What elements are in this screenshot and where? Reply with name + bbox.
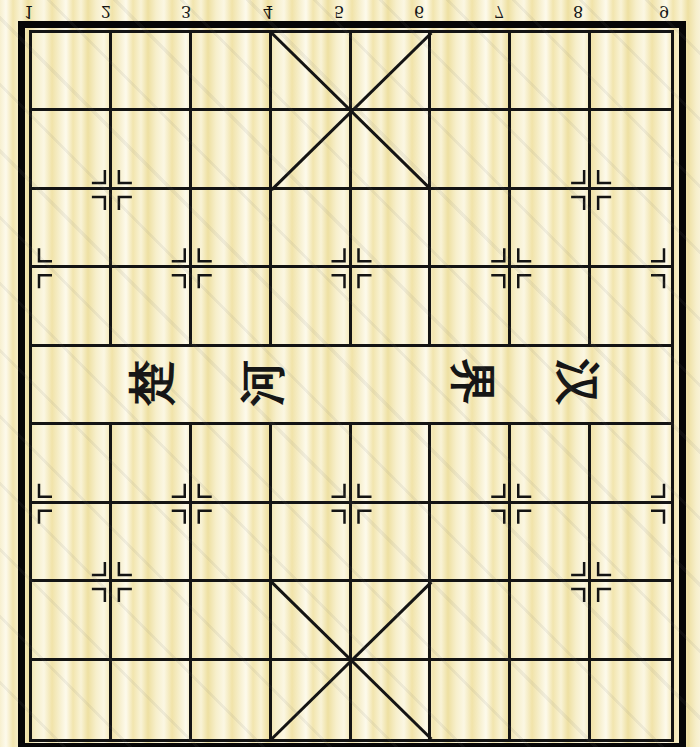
board-cell-r8-c0 (32, 661, 112, 739)
board-cell-r0-c6 (511, 33, 591, 111)
board-cell-r3-c3 (272, 268, 352, 346)
board-cell-r1-c7 (591, 111, 671, 189)
board-cell-r5-c7 (591, 425, 671, 503)
board-cell-r3-c6 (511, 268, 591, 346)
column-number-2: 2 (95, 1, 117, 21)
board-cell-r5-c4 (352, 425, 432, 503)
river-label-chu: 楚 (122, 353, 182, 413)
board-cell-r0-c3 (272, 33, 352, 111)
board-cell-r5-c0 (32, 425, 112, 503)
board-cell-r7-c2 (192, 582, 272, 660)
board-cell-r3-c7 (591, 268, 671, 346)
column-number-6: 6 (408, 1, 430, 21)
board-cell-r3-c4 (352, 268, 432, 346)
board-cell-r3-c1 (112, 268, 192, 346)
board-cell-r0-c4 (352, 33, 432, 111)
board-cell-r1-c3 (272, 111, 352, 189)
board-cell-r7-c0 (32, 582, 112, 660)
column-number-8: 8 (567, 1, 589, 21)
column-number-7: 7 (488, 1, 510, 21)
board-cell-r2-c6 (511, 190, 591, 268)
board-cell-r6-c3 (272, 504, 352, 582)
column-number-5: 5 (328, 1, 350, 21)
board-cell-r5-c6 (511, 425, 591, 503)
board-cell-r6-c7 (591, 504, 671, 582)
board-cell-r2-c2 (192, 190, 272, 268)
board-cell-r8-c3 (272, 661, 352, 739)
board-cell-r0-c0 (32, 33, 112, 111)
page-background: 123456789 楚 河 界 汉 (0, 0, 700, 747)
board-cell-r6-c5 (431, 504, 511, 582)
board-cell-r5-c5 (431, 425, 511, 503)
board-cell-r7-c1 (112, 582, 192, 660)
board-cell-r8-c2 (192, 661, 272, 739)
river-label-han: 汉 (547, 352, 607, 412)
board-cell-r8-c4 (352, 661, 432, 739)
column-number-4: 4 (257, 1, 279, 21)
river-label-jie: 界 (442, 352, 502, 412)
board-cell-r7-c7 (591, 582, 671, 660)
board-cell-r0-c1 (112, 33, 192, 111)
column-number-9: 9 (653, 1, 675, 21)
board-cell-r1-c2 (192, 111, 272, 189)
board-cell-r6-c4 (352, 504, 432, 582)
board-cell-r6-c6 (511, 504, 591, 582)
river-label-he: 河 (233, 353, 293, 413)
board-cell-r5-c3 (272, 425, 352, 503)
board-cell-r7-c5 (431, 582, 511, 660)
board-cell-r3-c2 (192, 268, 272, 346)
column-number-1: 1 (18, 1, 40, 21)
board-cell-r1-c5 (431, 111, 511, 189)
board-cell-r0-c5 (431, 33, 511, 111)
board-cell-r4-c0 (32, 347, 112, 425)
column-number-row: 123456789 (0, 0, 700, 22)
board-cell-r0-c7 (591, 33, 671, 111)
board-cell-r5-c1 (112, 425, 192, 503)
board-cell-r7-c6 (511, 582, 591, 660)
board-cell-r2-c3 (272, 190, 352, 268)
board-cell-r7-c4 (352, 582, 432, 660)
board-cell-r1-c1 (112, 111, 192, 189)
board-cell-r1-c4 (352, 111, 432, 189)
board-cell-r2-c0 (32, 190, 112, 268)
board-cell-r6-c2 (192, 504, 272, 582)
board-cell-r2-c7 (591, 190, 671, 268)
board-cell-r2-c5 (431, 190, 511, 268)
board-cell-r6-c0 (32, 504, 112, 582)
board-cell-r2-c1 (112, 190, 192, 268)
column-number-3: 3 (175, 1, 197, 21)
board-cell-r1-c6 (511, 111, 591, 189)
board-cell-r8-c5 (431, 661, 511, 739)
board-cell-r0-c2 (192, 33, 272, 111)
board-cell-r3-c0 (32, 268, 112, 346)
board-cell-r5-c2 (192, 425, 272, 503)
board-cell-r1-c0 (32, 111, 112, 189)
board-cell-r7-c3 (272, 582, 352, 660)
board-cell-r8-c6 (511, 661, 591, 739)
board-cell-r8-c1 (112, 661, 192, 739)
board-cell-r8-c7 (591, 661, 671, 739)
board-cell-r6-c1 (112, 504, 192, 582)
board-cell-r4-c4 (352, 347, 432, 425)
board-cell-r2-c4 (352, 190, 432, 268)
board-cell-r3-c5 (431, 268, 511, 346)
